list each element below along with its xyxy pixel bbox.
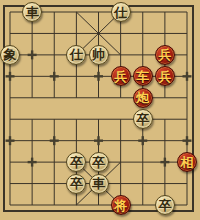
piece-character: 车 <box>136 70 149 83</box>
piece-bronze-chariot[interactable]: 車 <box>22 2 42 22</box>
piece-character: 卒 <box>70 177 83 190</box>
piece-red-general[interactable]: 将 <box>111 195 131 215</box>
piece-red-elephant[interactable]: 相 <box>177 152 197 172</box>
piece-character: 兵 <box>158 70 171 83</box>
piece-red-soldier[interactable]: 兵 <box>111 66 131 86</box>
piece-character: 卒 <box>136 113 149 126</box>
piece-bronze-advisor[interactable]: 仕 <box>111 2 131 22</box>
piece-bronze-soldier[interactable]: 卒 <box>66 174 86 194</box>
piece-character: 兵 <box>114 70 127 83</box>
piece-character: 卒 <box>70 156 83 169</box>
piece-character: 仕 <box>114 6 127 19</box>
piece-red-soldier[interactable]: 兵 <box>155 66 175 86</box>
piece-character: 卒 <box>92 156 105 169</box>
piece-bronze-soldier[interactable]: 卒 <box>66 152 86 172</box>
piece-character: 帅 <box>92 48 105 61</box>
piece-character: 相 <box>181 156 194 169</box>
piece-red-cannon[interactable]: 炮 <box>133 88 153 108</box>
piece-bronze-soldier[interactable]: 卒 <box>133 109 153 129</box>
piece-character: 車 <box>92 177 105 190</box>
xiangqi-board: 車仕象仕帅兵兵车兵炮卒卒卒相卒車将卒 <box>0 0 200 220</box>
piece-bronze-advisor[interactable]: 仕 <box>66 45 86 65</box>
piece-character: 仕 <box>70 48 83 61</box>
piece-red-chariot[interactable]: 车 <box>133 66 153 86</box>
piece-character: 象 <box>4 48 17 61</box>
piece-bronze-elephant[interactable]: 象 <box>0 45 20 65</box>
piece-bronze-chariot[interactable]: 車 <box>89 174 109 194</box>
piece-bronze-soldier[interactable]: 卒 <box>89 152 109 172</box>
piece-bronze-general[interactable]: 帅 <box>89 45 109 65</box>
pieces-layer: 車仕象仕帅兵兵车兵炮卒卒卒相卒車将卒 <box>0 0 200 220</box>
piece-character: 卒 <box>158 199 171 212</box>
piece-character: 将 <box>114 199 127 212</box>
piece-character: 炮 <box>136 91 149 104</box>
piece-character: 車 <box>26 6 39 19</box>
piece-character: 兵 <box>158 48 171 61</box>
piece-bronze-soldier[interactable]: 卒 <box>155 195 175 215</box>
piece-red-soldier[interactable]: 兵 <box>155 45 175 65</box>
